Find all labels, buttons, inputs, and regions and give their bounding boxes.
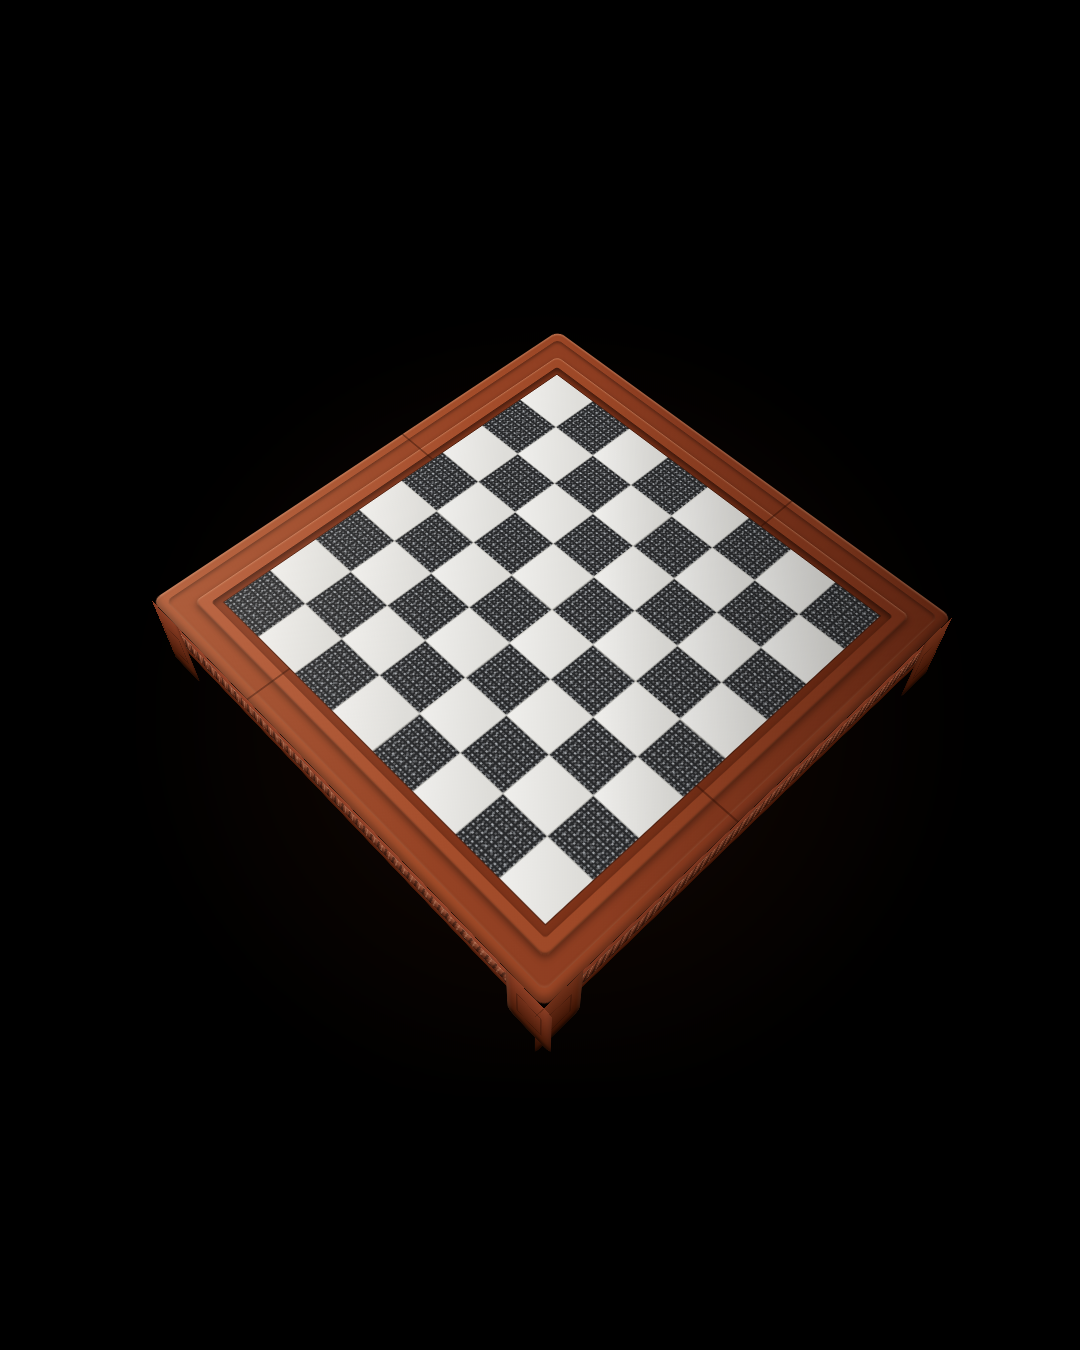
square-c1[interactable]: [295, 640, 379, 711]
board-frame-top: [152, 331, 952, 1008]
square-h3[interactable]: [594, 757, 683, 837]
square-g2[interactable]: [504, 755, 593, 835]
square-d1[interactable]: [333, 676, 418, 750]
photo-canvas: [0, 0, 1080, 1350]
square-d3[interactable]: [426, 608, 508, 677]
square-g3[interactable]: [550, 717, 637, 794]
chessboard: [152, 331, 952, 1008]
square-d2[interactable]: [381, 641, 465, 712]
square-f3[interactable]: [507, 680, 592, 754]
square-g6[interactable]: [678, 613, 760, 682]
square-h4[interactable]: [638, 719, 725, 796]
perspective-container: [0, 0, 1080, 1350]
square-h5[interactable]: [681, 683, 766, 757]
square-f1[interactable]: [413, 753, 502, 833]
frame-seam: [247, 668, 291, 701]
square-g4[interactable]: [594, 681, 679, 755]
square-c2[interactable]: [343, 606, 425, 675]
square-h2[interactable]: [548, 796, 639, 880]
square-b1[interactable]: [259, 604, 341, 672]
checkerboard-grid: [224, 375, 880, 924]
square-f2[interactable]: [461, 716, 548, 793]
square-f4[interactable]: [551, 645, 635, 716]
square-e3[interactable]: [466, 643, 550, 714]
square-g1[interactable]: [456, 794, 547, 878]
square-f5[interactable]: [594, 611, 676, 680]
square-g5[interactable]: [637, 647, 721, 718]
square-h7[interactable]: [761, 615, 843, 684]
square-e4[interactable]: [510, 610, 592, 679]
square-h6[interactable]: [722, 648, 806, 720]
scene-rotation-wrapper: [0, 0, 1080, 1350]
square-e1[interactable]: [372, 714, 459, 791]
frame-seam: [696, 784, 740, 822]
square-h1[interactable]: [500, 837, 593, 924]
square-e2[interactable]: [420, 678, 505, 752]
